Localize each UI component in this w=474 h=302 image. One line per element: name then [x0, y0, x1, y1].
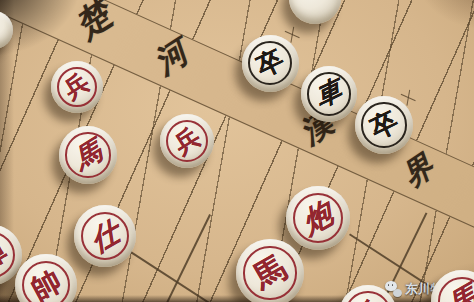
- piece-red-cannon[interactable]: 炮: [286, 186, 350, 250]
- piece-red-advisor[interactable]: 仕: [74, 205, 136, 267]
- piece-black-soldier-2[interactable]: 卒: [355, 96, 413, 154]
- piece-red-soldier-2[interactable]: 兵: [160, 114, 214, 168]
- piece-red-soldier-1[interactable]: 兵: [51, 61, 103, 113]
- piece-red-horse-1[interactable]: 馬: [59, 126, 117, 184]
- piece-black-soldier-1[interactable]: 卒: [242, 35, 299, 92]
- xiangqi-board-photo: 楚 河 漢 界 兵卒車卒馬兵仕炮馬帥俥兵馬 东川牯牛降: [0, 0, 474, 302]
- piece-black-chariot[interactable]: 車: [301, 66, 357, 122]
- piece-red-horse-2[interactable]: 馬: [236, 239, 304, 302]
